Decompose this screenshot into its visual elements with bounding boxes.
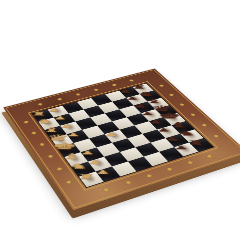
diamond-icon: ◆ <box>189 113 197 117</box>
white-knight-icon: ♞ <box>60 163 97 170</box>
white-pawn-icon: ♟ <box>94 132 128 137</box>
piece-white-bishop-f1: ♝ <box>65 151 89 165</box>
square-f1 <box>64 152 88 166</box>
piece-white-pawn-g2: ♟ <box>88 156 112 171</box>
chessboard-3d: ◆◆◆◆◆◆ ◆◆◆◆◆◆ ◆◆◆◆◆◆ ◆◆◆◆◆◆ ♜♞♝♛♚♝♞♜♟♟♟♟… <box>3 68 240 210</box>
square-f3 <box>96 143 119 157</box>
chessboard: ◆◆◆◆◆◆ ◆◆◆◆◆◆ ◆◆◆◆◆◆ ◆◆◆◆◆◆ ♜♞♝♛♚♝♞♜♟♟♟♟… <box>3 68 240 210</box>
black-pawn-icon: ♟ <box>164 145 199 150</box>
diamond-icon: ◆ <box>110 83 117 86</box>
white-pawn-icon: ♟ <box>77 160 113 165</box>
diamond-icon: ◆ <box>168 93 176 97</box>
scene: ◆◆◆◆◆◆ ◆◆◆◆◆◆ ◆◆◆◆◆◆ ◆◆◆◆◆◆ ♜♞♝♛♚♝♞♜♟♟♟♟… <box>0 0 240 240</box>
piece-shadow <box>67 153 83 164</box>
square-e3 <box>89 134 112 147</box>
diamond-icon: ◆ <box>158 84 165 87</box>
square-e1 <box>58 143 81 157</box>
square-g2 <box>88 157 112 172</box>
diamond-icon: ◆ <box>123 180 132 185</box>
diamond-icon: ◆ <box>212 134 220 138</box>
square-g1 <box>72 162 96 177</box>
piece-black-knight-g8: ♞ <box>180 129 203 142</box>
white-king-icon: ♚ <box>47 142 83 151</box>
square-g6 <box>151 138 175 152</box>
piece-shadow <box>81 172 98 184</box>
diamond-icon: ◆ <box>144 173 153 178</box>
diamond-icon: ◆ <box>55 98 62 102</box>
piece-white-pawn-e4: ♟ <box>105 129 128 142</box>
square-h1 <box>79 172 104 188</box>
square-f4 <box>112 138 135 152</box>
piece-shadow <box>176 143 193 154</box>
piece-white-king-e1: ♚ <box>58 142 81 156</box>
piece-black-rook-h8: ♜ <box>189 137 213 151</box>
diamond-icon: ◆ <box>128 79 135 82</box>
square-f5 <box>127 134 150 147</box>
diamond-icon: ◆ <box>101 187 110 192</box>
square-h8 <box>189 138 213 152</box>
piece-shadow <box>98 167 115 179</box>
square-h4 <box>128 157 152 172</box>
piece-shadow <box>83 148 99 159</box>
square-g5 <box>135 143 159 157</box>
diamond-icon: ◆ <box>185 160 194 165</box>
piece-shadow <box>74 162 91 174</box>
square-h7 <box>174 143 198 157</box>
white-bishop-icon: ♝ <box>53 153 89 160</box>
diamond-icon: ◆ <box>36 102 44 106</box>
piece-shadow <box>90 157 107 169</box>
square-h2 <box>96 166 121 181</box>
piece-shadow <box>191 139 208 150</box>
piece-white-knight-g1: ♞ <box>72 161 96 176</box>
square-h6 <box>159 147 183 161</box>
piece-shadow <box>60 144 76 155</box>
diamond-icon: ◆ <box>65 180 74 185</box>
diamond-icon: ◆ <box>205 154 214 159</box>
square-g3 <box>104 152 128 166</box>
square-f2 <box>81 147 104 161</box>
white-rook-icon: ♜ <box>68 173 105 180</box>
product-photo: ◆◆◆◆◆◆ ◆◆◆◆◆◆ ◆◆◆◆◆◆ ◆◆◆◆◆◆ ♜♞♝♛♚♝♞♜♟♟♟♟… <box>0 0 240 240</box>
diamond-icon: ◆ <box>165 167 174 172</box>
black-rook-icon: ♜ <box>178 140 213 146</box>
square-h5 <box>144 152 168 166</box>
white-pawn-icon: ♟ <box>70 150 105 155</box>
diamond-icon: ◆ <box>178 103 186 107</box>
diamond-icon: ◆ <box>92 88 99 92</box>
diamond-icon: ◆ <box>74 93 81 97</box>
diamond-icon: ◆ <box>38 142 46 146</box>
diamond-icon: ◆ <box>200 123 208 127</box>
diamond-icon: ◆ <box>55 166 64 171</box>
square-g4 <box>120 147 144 161</box>
piece-black-pawn-h7: ♟ <box>175 142 199 156</box>
white-pawn-icon: ♟ <box>84 169 121 174</box>
black-pawn-icon: ♟ <box>155 136 190 141</box>
diamond-icon: ◆ <box>47 154 55 159</box>
piece-white-pawn-f2: ♟ <box>81 147 104 161</box>
piece-white-pawn-h2: ♟ <box>96 166 121 181</box>
piece-white-rook-h1: ♜ <box>79 171 104 187</box>
square-h3 <box>112 161 136 176</box>
